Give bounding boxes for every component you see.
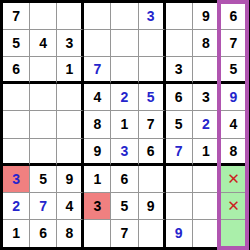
- cell-r6c6[interactable]: 6: [139, 139, 166, 166]
- cross-icon: ✕: [227, 198, 240, 213]
- cell-r1c4[interactable]: [84, 3, 111, 30]
- cell-r8c5[interactable]: 5: [111, 193, 138, 220]
- cell-r3c2[interactable]: [30, 57, 57, 84]
- cell-r1c8[interactable]: 9: [193, 3, 220, 30]
- cell-r1c5[interactable]: [111, 3, 138, 30]
- cell-r5c9[interactable]: 4: [220, 111, 247, 138]
- cell-r3c1[interactable]: 6: [3, 57, 30, 84]
- cell-r2c7[interactable]: [166, 30, 193, 57]
- cell-r2c6[interactable]: [139, 30, 166, 57]
- cell-r5c1[interactable]: [3, 111, 30, 138]
- cell-r3c8[interactable]: [193, 57, 220, 84]
- cell-r4c4[interactable]: 4: [84, 84, 111, 111]
- cell-r5c7[interactable]: 5: [166, 111, 193, 138]
- cell-r9c2[interactable]: 6: [30, 220, 57, 247]
- cell-r5c4[interactable]: 8: [84, 111, 111, 138]
- cell-r6c8[interactable]: 1: [193, 139, 220, 166]
- cell-r4c6[interactable]: 5: [139, 84, 166, 111]
- cell-r4c8[interactable]: 3: [193, 84, 220, 111]
- cell-r7c8[interactable]: [193, 166, 220, 193]
- cell-r1c9[interactable]: 6: [220, 3, 247, 30]
- cell-r2c8[interactable]: 8: [193, 30, 220, 57]
- cell-r6c7[interactable]: 7: [166, 139, 193, 166]
- cell-r2c4[interactable]: [84, 30, 111, 57]
- cell-r4c1[interactable]: [3, 84, 30, 111]
- cell-r2c2[interactable]: 4: [30, 30, 57, 57]
- cell-r7c6[interactable]: [139, 166, 166, 193]
- cell-r4c7[interactable]: 6: [166, 84, 193, 111]
- cross-icon: ✕: [227, 171, 240, 186]
- cell-r1c7[interactable]: [166, 3, 193, 30]
- cell-r6c3[interactable]: [57, 139, 84, 166]
- cell-r1c6[interactable]: 3: [139, 3, 166, 30]
- cell-r9c7[interactable]: 9: [166, 220, 193, 247]
- cell-r2c5[interactable]: [111, 30, 138, 57]
- cell-r9c5[interactable]: 7: [111, 220, 138, 247]
- cell-r7c3[interactable]: 9: [57, 166, 84, 193]
- cell-r9c6[interactable]: [139, 220, 166, 247]
- cell-r3c3[interactable]: 1: [57, 57, 84, 84]
- cell-r8c3[interactable]: 4: [57, 193, 84, 220]
- cell-r6c4[interactable]: 9: [84, 139, 111, 166]
- cell-r8c7[interactable]: [166, 193, 193, 220]
- cell-r9c8[interactable]: [193, 220, 220, 247]
- cell-r7c7[interactable]: [166, 166, 193, 193]
- cell-r9c4[interactable]: [84, 220, 111, 247]
- cell-r4c2[interactable]: [30, 84, 57, 111]
- cell-r3c5[interactable]: [111, 57, 138, 84]
- cell-r6c1[interactable]: [3, 139, 30, 166]
- cell-r8c9[interactable]: ✕: [220, 193, 247, 220]
- cell-r2c3[interactable]: 3: [57, 30, 84, 57]
- cell-r7c9[interactable]: ✕: [220, 166, 247, 193]
- cell-r3c4[interactable]: 7: [84, 57, 111, 84]
- cell-r7c1[interactable]: 3: [3, 166, 30, 193]
- cell-r6c9[interactable]: 8: [220, 139, 247, 166]
- cell-r5c8[interactable]: 2: [193, 111, 220, 138]
- sudoku-board-area: 7396543876173542563981752493671835916✕27…: [0, 0, 250, 250]
- cell-r5c3[interactable]: [57, 111, 84, 138]
- cell-r2c1[interactable]: 5: [3, 30, 30, 57]
- cell-r5c5[interactable]: 1: [111, 111, 138, 138]
- cell-r7c2[interactable]: 5: [30, 166, 57, 193]
- cell-r8c1[interactable]: 2: [3, 193, 30, 220]
- cell-r5c6[interactable]: 7: [139, 111, 166, 138]
- cell-r1c1[interactable]: 7: [3, 3, 30, 30]
- cell-r3c6[interactable]: [139, 57, 166, 84]
- cell-r2c9[interactable]: 7: [220, 30, 247, 57]
- cell-r3c9[interactable]: 5: [220, 57, 247, 84]
- cell-r9c1[interactable]: 1: [3, 220, 30, 247]
- cell-r1c2[interactable]: [30, 3, 57, 30]
- cell-r8c6[interactable]: 9: [139, 193, 166, 220]
- cell-r7c5[interactable]: 6: [111, 166, 138, 193]
- cell-r6c5[interactable]: 3: [111, 139, 138, 166]
- cell-r6c2[interactable]: [30, 139, 57, 166]
- cell-r4c5[interactable]: 2: [111, 84, 138, 111]
- cell-r5c2[interactable]: [30, 111, 57, 138]
- cell-r8c2[interactable]: 7: [30, 193, 57, 220]
- cell-r4c9[interactable]: 9: [220, 84, 247, 111]
- cell-r4c3[interactable]: [57, 84, 84, 111]
- cell-r9c3[interactable]: 8: [57, 220, 84, 247]
- cell-r7c4[interactable]: 1: [84, 166, 111, 193]
- sudoku-board: 7396543876173542563981752493671835916✕27…: [0, 0, 250, 250]
- cell-r8c4[interactable]: 3: [84, 193, 111, 220]
- cell-r8c8[interactable]: [193, 193, 220, 220]
- cell-r9c9[interactable]: [220, 220, 247, 247]
- cell-r1c3[interactable]: [57, 3, 84, 30]
- cell-r3c7[interactable]: 3: [166, 57, 193, 84]
